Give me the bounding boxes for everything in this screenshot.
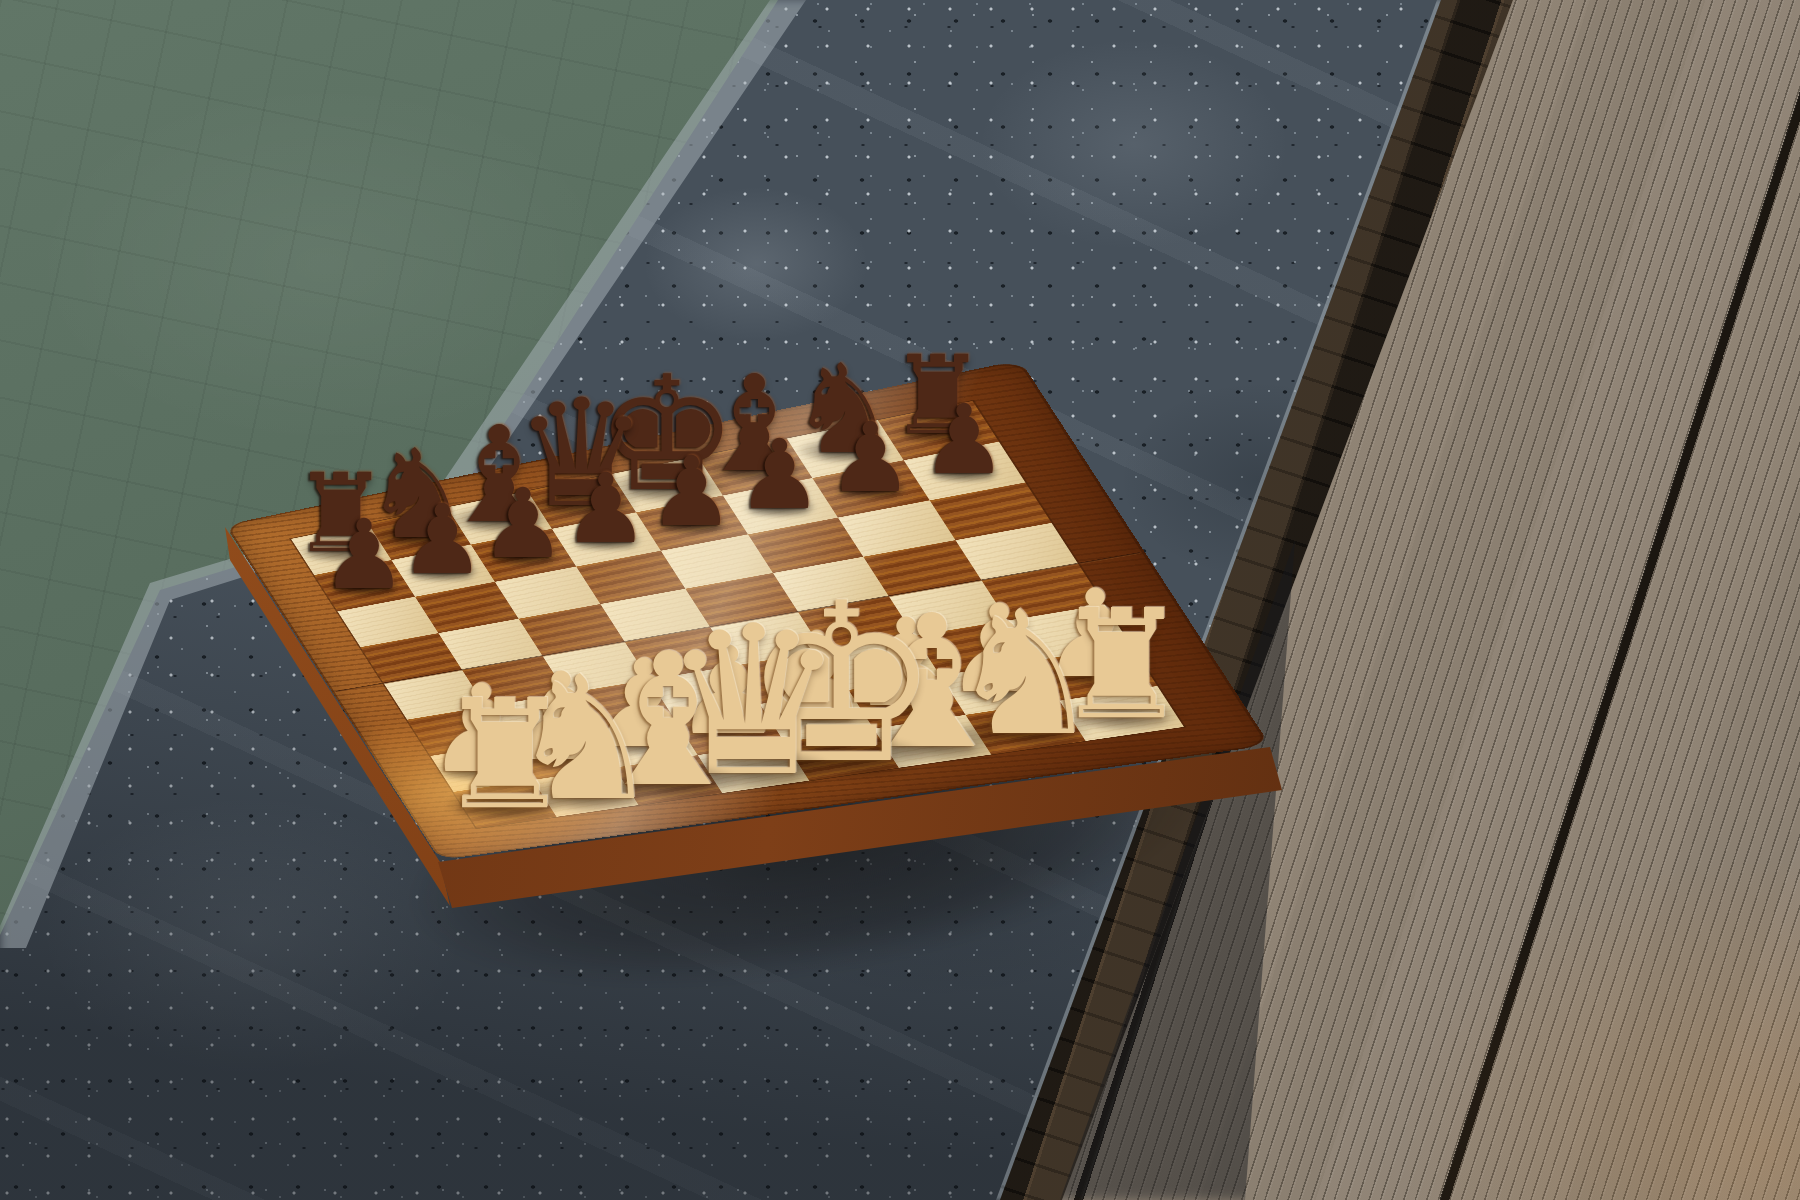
piece-black-pawn-f7: ♟: [736, 428, 822, 524]
piece-black-pawn-c7: ♟: [480, 477, 566, 573]
scene: ♜♞♝♛♚♝♞♜♟♟♟♟♟♟♟♟♟♟♟♟♟♟♟♟♜♞♝♛♚♝♞♜: [0, 0, 1800, 1200]
piece-black-pawn-g7: ♟: [827, 410, 913, 506]
piece-black-pawn-d7: ♟: [563, 461, 649, 557]
piece-black-pawn-a7: ♟: [321, 507, 407, 603]
piece-black-pawn-e7: ♟: [648, 444, 734, 540]
piece-black-pawn-b7: ♟: [399, 492, 485, 588]
piece-white-rook-a1: ♜: [437, 680, 572, 831]
pieces-layer: ♜♞♝♛♚♝♞♜♟♟♟♟♟♟♟♟♟♟♟♟♟♟♟♟♜♞♝♛♚♝♞♜: [0, 0, 1800, 1200]
piece-black-pawn-h7: ♟: [921, 392, 1007, 488]
